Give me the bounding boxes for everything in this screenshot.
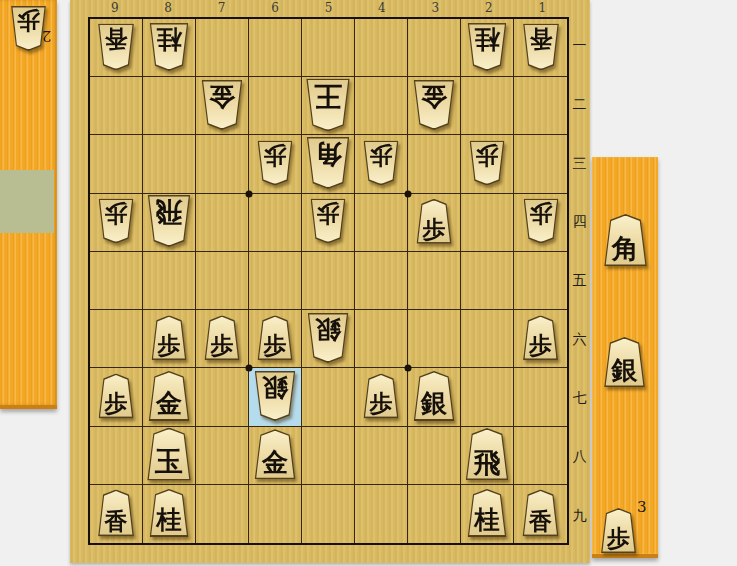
piece-body: 桂	[149, 23, 190, 71]
piece-kanji: 歩	[264, 333, 287, 359]
square-2六[interactable]	[461, 310, 514, 368]
piece-kanji: 桂	[475, 507, 500, 535]
piece-body: 歩	[257, 315, 294, 360]
rank-label-3: 三	[569, 134, 590, 193]
square-4八[interactable]	[355, 427, 408, 485]
gote-knight[interactable]: 桂	[467, 23, 508, 71]
piece-kanji: 銀	[612, 357, 638, 386]
square-5一[interactable]	[302, 19, 355, 77]
piece-kanji: 歩	[264, 142, 287, 168]
sente-gold[interactable]: 金	[148, 371, 191, 421]
piece-kanji: 飛	[156, 197, 183, 227]
square-2三[interactable]: 歩	[461, 135, 514, 193]
gote-pawn[interactable]: 歩	[98, 199, 135, 244]
square-9二[interactable]	[90, 77, 143, 135]
piece-face: 王	[307, 80, 350, 130]
piece-kanji: 銀	[315, 314, 341, 343]
square-6二[interactable]	[249, 77, 302, 135]
piece-kanji: 飛	[474, 449, 501, 479]
rank-label-8: 八	[569, 428, 590, 487]
square-4六[interactable]	[355, 310, 408, 368]
gote-rook[interactable]: 飛	[147, 195, 192, 247]
piece-face: 角	[307, 139, 349, 188]
gote-hand-count-pawn: 2	[42, 27, 52, 45]
piece-face: 銀	[414, 372, 454, 419]
piece-body: 歩	[257, 141, 294, 186]
sente-pawn[interactable]: 歩	[416, 199, 453, 244]
gote-lance[interactable]: 香	[97, 23, 135, 70]
square-4五[interactable]	[355, 252, 408, 310]
shogi-board: 987654321 一二三四五六七八九 香桂桂香金王金歩角歩歩歩飛歩歩歩歩歩歩銀…	[70, 0, 590, 563]
piece-kanji: 角	[612, 235, 639, 265]
square-5二[interactable]: 王	[302, 77, 355, 135]
file-labels: 987654321	[88, 1, 569, 15]
piece-kanji: 歩	[158, 333, 181, 359]
gote-hand-panel: 歩2	[0, 0, 57, 409]
square-9七[interactable]: 歩	[90, 368, 143, 426]
piece-body: 歩	[151, 315, 188, 360]
piece-body: 金	[201, 80, 244, 130]
file-label-9: 9	[88, 1, 141, 15]
gote-pawn[interactable]: 歩	[257, 141, 294, 186]
piece-kanji: 玉	[155, 448, 183, 479]
gote-gold[interactable]: 金	[413, 80, 456, 130]
piece-kanji: 銀	[262, 372, 288, 401]
gote-pawn[interactable]: 歩	[310, 199, 347, 244]
piece-face: 金	[255, 431, 295, 478]
sente-pawn[interactable]: 歩	[151, 315, 188, 360]
piece-face: 桂	[150, 490, 188, 535]
square-7六[interactable]: 歩	[196, 310, 249, 368]
piece-body: 銀	[603, 337, 646, 387]
square-9九[interactable]: 香	[90, 485, 143, 543]
sente-lance[interactable]: 香	[522, 489, 560, 536]
square-8一[interactable]: 桂	[143, 19, 196, 77]
piece-face: 桂	[150, 24, 188, 69]
square-1四[interactable]: 歩	[514, 194, 567, 252]
square-4九[interactable]	[355, 485, 408, 543]
square-6四[interactable]	[249, 194, 302, 252]
square-5七[interactable]	[302, 368, 355, 426]
piece-kanji: 金	[262, 449, 288, 478]
piece-body: 歩	[416, 199, 453, 244]
piece-body: 歩	[98, 199, 135, 244]
square-5九[interactable]	[302, 485, 355, 543]
file-label-5: 5	[302, 1, 355, 15]
piece-face: 桂	[468, 24, 506, 69]
piece-kanji: 歩	[423, 216, 446, 242]
piece-kanji: 香	[105, 509, 128, 535]
piece-kanji: 歩	[370, 142, 393, 168]
sente-pawn[interactable]: 歩	[204, 315, 241, 360]
piece-face: 歩	[417, 200, 451, 242]
piece-face: 歩	[99, 200, 133, 242]
piece-face: 歩	[258, 142, 292, 184]
piece-body: 歩	[363, 374, 400, 419]
square-8八[interactable]: 玉	[143, 427, 196, 485]
gote-gold[interactable]: 金	[201, 80, 244, 130]
square-3五[interactable]	[408, 252, 461, 310]
piece-body: 桂	[467, 489, 508, 537]
rank-label-6: 六	[569, 310, 590, 369]
piece-body: 銀	[307, 313, 350, 363]
square-3一[interactable]	[408, 19, 461, 77]
square-8五[interactable]	[143, 252, 196, 310]
square-5四[interactable]: 歩	[302, 194, 355, 252]
gote-silver[interactable]: 銀	[254, 371, 297, 421]
piece-kanji: 金	[156, 390, 182, 419]
square-1二[interactable]	[514, 77, 567, 135]
piece-kanji: 歩	[607, 526, 630, 552]
square-2一[interactable]: 桂	[461, 19, 514, 77]
sente-gold[interactable]: 金	[254, 429, 297, 479]
piece-face: 銀	[255, 372, 295, 419]
piece-body: 歩	[469, 141, 506, 186]
piece-body: 玉	[146, 428, 192, 481]
piece-body: 角	[306, 137, 351, 189]
square-8九[interactable]: 桂	[143, 485, 196, 543]
square-2九[interactable]: 桂	[461, 485, 514, 543]
piece-face: 金	[414, 81, 454, 128]
piece-body: 歩	[310, 199, 347, 244]
piece-body: 王	[305, 78, 351, 131]
square-6五[interactable]	[249, 252, 302, 310]
piece-kanji: 歩	[476, 142, 499, 168]
square-9三[interactable]	[90, 135, 143, 193]
sente-knight[interactable]: 桂	[467, 489, 508, 537]
square-5八[interactable]	[302, 427, 355, 485]
piece-body: 歩	[522, 199, 559, 244]
square-1七[interactable]	[514, 368, 567, 426]
piece-face: 金	[202, 81, 242, 128]
piece-face: 歩	[311, 200, 345, 242]
piece-body: 歩	[204, 315, 241, 360]
sente-king[interactable]: 玉	[146, 428, 192, 481]
sente-pawn[interactable]: 歩	[257, 315, 294, 360]
piece-face: 香	[523, 25, 558, 69]
square-7四[interactable]	[196, 194, 249, 252]
piece-face: 歩	[12, 8, 46, 50]
piece-body: 金	[254, 429, 297, 479]
square-7五[interactable]	[196, 252, 249, 310]
piece-body: 金	[413, 80, 456, 130]
square-3八[interactable]	[408, 427, 461, 485]
sente-pawn[interactable]: 歩	[522, 315, 559, 360]
piece-face: 歩	[602, 510, 636, 552]
piece-face: 歩	[258, 317, 292, 359]
piece-body: 香	[522, 489, 560, 536]
piece-face: 香	[99, 491, 134, 535]
piece-body: 飛	[465, 428, 510, 480]
gote-hand-selected-slot	[0, 170, 54, 233]
square-6六[interactable]: 歩	[249, 310, 302, 368]
piece-body: 香	[522, 23, 560, 70]
rank-labels: 一二三四五六七八九	[569, 17, 590, 545]
square-4三[interactable]: 歩	[355, 135, 408, 193]
piece-face: 飛	[466, 430, 508, 479]
square-2四[interactable]	[461, 194, 514, 252]
piece-kanji: 銀	[421, 390, 447, 419]
square-8六[interactable]: 歩	[143, 310, 196, 368]
square-9八[interactable]	[90, 427, 143, 485]
piece-face: 歩	[364, 142, 398, 184]
square-7一[interactable]	[196, 19, 249, 77]
piece-kanji: 歩	[370, 391, 393, 417]
piece-body: 桂	[149, 489, 190, 537]
hoshi-dot-2	[405, 190, 412, 197]
piece-face: 銀	[605, 339, 645, 386]
piece-face: 歩	[524, 317, 558, 359]
square-1五[interactable]	[514, 252, 567, 310]
file-label-7: 7	[195, 1, 248, 15]
sente-knight[interactable]: 桂	[149, 489, 190, 537]
piece-face: 歩	[99, 375, 133, 417]
gote-lance[interactable]: 香	[522, 23, 560, 70]
piece-face: 香	[99, 25, 134, 69]
piece-face: 角	[605, 216, 647, 265]
file-label-4: 4	[355, 1, 408, 15]
gote-bishop[interactable]: 角	[306, 137, 351, 189]
shogi-app: 歩2 987654321 一二三四五六七八九 香桂桂香金王金歩角歩歩歩飛歩歩歩歩…	[0, 0, 737, 566]
square-8七[interactable]: 金	[143, 368, 196, 426]
square-5六[interactable]: 銀	[302, 310, 355, 368]
piece-body: 銀	[413, 371, 456, 421]
sente-silver[interactable]: 銀	[413, 371, 456, 421]
piece-body: 歩	[522, 315, 559, 360]
rank-label-1: 一	[569, 17, 590, 76]
piece-kanji: 香	[529, 25, 552, 51]
piece-face: 歩	[364, 375, 398, 417]
board-grid: 香桂桂香金王金歩角歩歩歩飛歩歩歩歩歩歩銀歩歩金銀歩銀玉金飛香桂桂香	[88, 17, 569, 545]
square-7八[interactable]	[196, 427, 249, 485]
piece-face: 飛	[148, 197, 190, 246]
square-8二[interactable]	[143, 77, 196, 135]
piece-face: 歩	[205, 317, 239, 359]
square-1一[interactable]: 香	[514, 19, 567, 77]
hoshi-dot-4	[405, 365, 412, 372]
square-3六[interactable]	[408, 310, 461, 368]
gote-knight[interactable]: 桂	[149, 23, 190, 71]
square-9一[interactable]: 香	[90, 19, 143, 77]
piece-kanji: 角	[315, 139, 342, 169]
piece-body: 香	[97, 23, 135, 70]
sente-hand-panel: 角銀歩3	[592, 157, 658, 558]
piece-kanji: 香	[529, 509, 552, 535]
square-3三[interactable]	[408, 135, 461, 193]
sente-rook[interactable]: 飛	[465, 428, 510, 480]
piece-face: 金	[149, 372, 189, 419]
square-2八[interactable]: 飛	[461, 427, 514, 485]
piece-face: 桂	[468, 490, 506, 535]
piece-face: 銀	[308, 314, 348, 361]
piece-body: 銀	[254, 371, 297, 421]
square-1八[interactable]	[514, 427, 567, 485]
piece-kanji: 歩	[105, 391, 128, 417]
square-3四[interactable]: 歩	[408, 194, 461, 252]
gote-silver[interactable]: 銀	[307, 313, 350, 363]
sente-pawn[interactable]: 歩	[363, 374, 400, 419]
square-1三[interactable]	[514, 135, 567, 193]
file-label-6: 6	[248, 1, 301, 15]
piece-kanji: 歩	[105, 200, 128, 226]
rank-label-5: 五	[569, 252, 590, 311]
square-7七[interactable]	[196, 368, 249, 426]
file-label-8: 8	[141, 1, 194, 15]
piece-body: 角	[603, 214, 648, 266]
square-9四[interactable]: 歩	[90, 194, 143, 252]
square-6三[interactable]: 歩	[249, 135, 302, 193]
square-6九[interactable]	[249, 485, 302, 543]
rank-label-9: 九	[569, 486, 590, 545]
piece-face: 歩	[524, 200, 558, 242]
square-4四[interactable]	[355, 194, 408, 252]
square-2五[interactable]	[461, 252, 514, 310]
square-4二[interactable]	[355, 77, 408, 135]
hoshi-dot-1	[245, 190, 252, 197]
piece-kanji: 桂	[157, 24, 182, 52]
rank-label-4: 四	[569, 193, 590, 252]
gote-pawn[interactable]: 歩	[522, 199, 559, 244]
piece-kanji: 歩	[529, 333, 552, 359]
square-7三[interactable]	[196, 135, 249, 193]
gote-pawn[interactable]: 歩	[469, 141, 506, 186]
square-3七[interactable]: 銀	[408, 368, 461, 426]
gote-pawn[interactable]: 歩	[363, 141, 400, 186]
square-4七[interactable]: 歩	[355, 368, 408, 426]
piece-face: 香	[523, 491, 558, 535]
piece-body: 歩	[363, 141, 400, 186]
piece-body: 歩	[98, 374, 135, 419]
square-5三[interactable]: 角	[302, 135, 355, 193]
piece-face: 玉	[148, 429, 191, 479]
piece-body: 金	[148, 371, 191, 421]
square-6一[interactable]	[249, 19, 302, 77]
hoshi-dot-3	[245, 365, 252, 372]
rank-label-2: 二	[569, 76, 590, 135]
sente-pawn[interactable]: 歩	[600, 508, 637, 553]
sente-bishop[interactable]: 角	[603, 214, 648, 266]
square-2七[interactable]	[461, 368, 514, 426]
piece-kanji: 歩	[211, 333, 234, 359]
sente-silver[interactable]: 銀	[603, 337, 646, 387]
rank-label-7: 七	[569, 369, 590, 428]
piece-kanji: 歩	[529, 200, 552, 226]
square-6八[interactable]: 金	[249, 427, 302, 485]
piece-kanji: 桂	[475, 24, 500, 52]
square-3二[interactable]: 金	[408, 77, 461, 135]
square-1六[interactable]: 歩	[514, 310, 567, 368]
piece-kanji: 金	[421, 81, 447, 110]
piece-face: 歩	[152, 317, 186, 359]
piece-kanji: 香	[105, 25, 128, 51]
square-8三[interactable]	[143, 135, 196, 193]
square-8四[interactable]: 飛	[143, 194, 196, 252]
square-2二[interactable]	[461, 77, 514, 135]
file-label-1: 1	[516, 1, 569, 15]
square-9五[interactable]	[90, 252, 143, 310]
square-1九[interactable]: 香	[514, 485, 567, 543]
sente-lance[interactable]: 香	[97, 489, 135, 536]
square-6七[interactable]: 銀	[249, 368, 302, 426]
gote-king[interactable]: 王	[305, 78, 351, 131]
piece-face: 歩	[470, 142, 504, 184]
sente-pawn[interactable]: 歩	[98, 374, 135, 419]
piece-kanji: 歩	[17, 8, 40, 34]
piece-kanji: 王	[314, 80, 342, 111]
piece-body: 香	[97, 489, 135, 536]
piece-body: 飛	[147, 195, 192, 247]
piece-kanji: 歩	[317, 200, 340, 226]
piece-body: 桂	[467, 23, 508, 71]
sente-hand-count-pawn: 3	[637, 498, 647, 516]
square-5五[interactable]	[302, 252, 355, 310]
square-3九[interactable]	[408, 485, 461, 543]
square-7九[interactable]	[196, 485, 249, 543]
piece-kanji: 桂	[157, 507, 182, 535]
square-7二[interactable]: 金	[196, 77, 249, 135]
piece-body: 歩	[600, 508, 637, 553]
piece-kanji: 金	[209, 81, 235, 110]
square-9六[interactable]	[90, 310, 143, 368]
file-label-3: 3	[409, 1, 462, 15]
square-4一[interactable]	[355, 19, 408, 77]
file-label-2: 2	[462, 1, 515, 15]
